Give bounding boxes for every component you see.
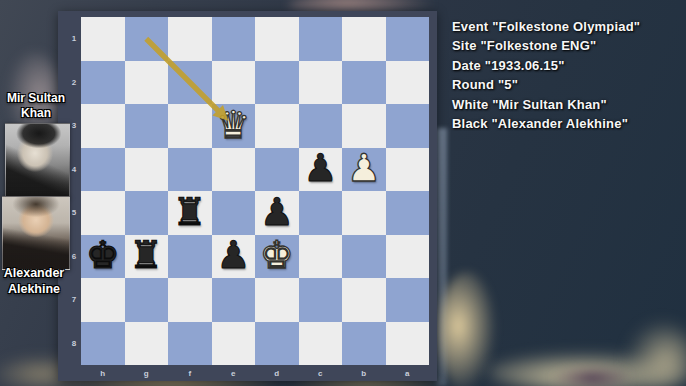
square-h5 [81,191,125,235]
square-b1 [342,17,386,61]
white-king: ♚ [260,236,294,274]
file-label-c: c [299,365,343,381]
square-b4: ♟ [342,148,386,192]
square-b2 [342,61,386,105]
square-a3 [386,104,430,148]
square-f7 [168,278,212,322]
square-h8 [81,322,125,366]
square-a8 [386,322,430,366]
square-b7 [342,278,386,322]
square-c3 [299,104,343,148]
square-e1 [212,17,256,61]
square-c4: ♟ [299,148,343,192]
square-e3: ♛ [212,104,256,148]
square-a7 [386,278,430,322]
square-a2 [386,61,430,105]
white-queen: ♛ [216,106,250,144]
file-label-d: d [255,365,299,381]
square-h7 [81,278,125,322]
square-e5 [212,191,256,235]
square-g3 [125,104,169,148]
square-c2 [299,61,343,105]
square-g8 [125,322,169,366]
black-king: ♚ [86,236,120,274]
square-a6 [386,235,430,279]
file-label-g: g [125,365,169,381]
white-player-name-line2: Khan [0,106,72,121]
black-player-portrait [2,196,70,270]
black-player-name-line1: Alexander [0,266,70,282]
black-player-name-line2: Alekhine [0,282,70,298]
square-d1 [255,17,299,61]
black-rook: ♜ [129,236,163,274]
square-h1 [81,17,125,61]
file-label-h: h [81,365,125,381]
square-a5 [386,191,430,235]
rank-label-8: 8 [58,322,81,366]
video-frame: Mir Sultan Khan Alexander Alekhine 12345… [0,0,686,386]
square-d2 [255,61,299,105]
square-a4 [386,148,430,192]
square-h2 [81,61,125,105]
pgn-site-line: Site "Folkestone ENG" [452,36,640,55]
file-label-b: b [342,365,386,381]
background-highlight-strip [437,128,447,386]
file-label-a: a [386,365,430,381]
square-g6: ♜ [125,235,169,279]
square-d7 [255,278,299,322]
square-e2 [212,61,256,105]
square-h3 [81,104,125,148]
board-grid: ♛♟♟♜♟♚♜♟♚ [81,17,429,365]
square-c7 [299,278,343,322]
square-d3 [255,104,299,148]
square-e7 [212,278,256,322]
background-dark-blob [552,366,632,386]
chess-board-frame: 12345678 ♛♟♟♜♟♚♜♟♚ hgfedcba [58,11,437,381]
square-h6: ♚ [81,235,125,279]
background-chess-piece-blur [624,322,686,386]
square-g5 [125,191,169,235]
square-g4 [125,148,169,192]
square-e6: ♟ [212,235,256,279]
square-c6 [299,235,343,279]
background-chess-piece-blur [438,272,496,386]
pgn-round-line: Round "5" [452,75,640,94]
black-player-name: Alexander Alekhine [0,266,70,297]
square-f2 [168,61,212,105]
square-d8 [255,322,299,366]
white-player-name-line1: Mir Sultan [0,91,72,106]
square-a1 [386,17,430,61]
square-f3 [168,104,212,148]
file-label-f: f [168,365,212,381]
square-f4 [168,148,212,192]
square-b3 [342,104,386,148]
pgn-black-line: Black "Alexander Alekhine" [452,114,640,133]
square-e8 [212,322,256,366]
pgn-tag-panel: Event "Folkestone Olympiad" Site "Folkes… [452,17,640,133]
square-g7 [125,278,169,322]
square-d4 [255,148,299,192]
square-c8 [299,322,343,366]
square-d5: ♟ [255,191,299,235]
square-b8 [342,322,386,366]
white-player-name: Mir Sultan Khan [0,91,72,121]
pgn-white-line: White "Mir Sultan Khan" [452,95,640,114]
pgn-date-line: Date "1933.06.15" [452,56,640,75]
square-f8 [168,322,212,366]
black-pawn: ♟ [303,149,337,187]
square-c5 [299,191,343,235]
black-pawn: ♟ [260,193,294,231]
square-g1 [125,17,169,61]
square-f1 [168,17,212,61]
rank-label-1: 1 [58,17,81,61]
white-player-portrait [5,123,70,198]
square-h4 [81,148,125,192]
pgn-event-line: Event "Folkestone Olympiad" [452,17,640,36]
square-e4 [212,148,256,192]
black-pawn: ♟ [216,236,250,274]
file-label-e: e [212,365,256,381]
file-labels: hgfedcba [81,365,429,381]
black-rook: ♜ [173,193,207,231]
square-f5: ♜ [168,191,212,235]
square-f6 [168,235,212,279]
square-d6: ♚ [255,235,299,279]
white-pawn: ♟ [347,149,381,187]
square-b5 [342,191,386,235]
square-c1 [299,17,343,61]
background-chess-pieces-blur [488,352,686,386]
square-b6 [342,235,386,279]
square-g2 [125,61,169,105]
